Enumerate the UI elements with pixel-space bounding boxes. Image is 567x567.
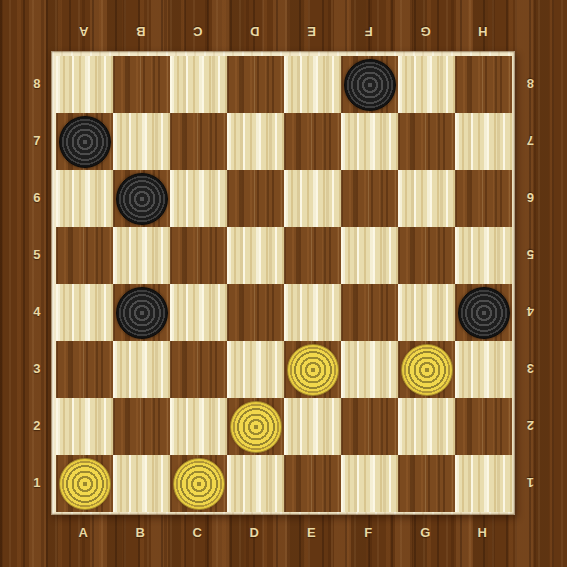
square-e3[interactable]: [284, 341, 341, 398]
square-d6[interactable]: [227, 170, 284, 227]
square-b5[interactable]: [113, 227, 170, 284]
square-f8[interactable]: [341, 56, 398, 113]
file-label: H: [454, 519, 511, 545]
rank-label: 6: [24, 169, 50, 226]
square-c2[interactable]: [170, 398, 227, 455]
square-b8[interactable]: [113, 56, 170, 113]
square-b3[interactable]: [113, 341, 170, 398]
square-a2[interactable]: [56, 398, 113, 455]
rank-label: 7: [517, 112, 543, 169]
file-labels-bottom: ABCDEFGH: [55, 519, 511, 545]
file-label: D: [226, 519, 283, 545]
rank-label: 2: [24, 397, 50, 454]
black-checker[interactable]: [59, 116, 111, 168]
square-a1[interactable]: [56, 455, 113, 512]
white-checker[interactable]: [230, 401, 282, 453]
square-c3[interactable]: [170, 341, 227, 398]
black-checker[interactable]: [344, 59, 396, 111]
square-a7[interactable]: [56, 113, 113, 170]
file-label: H: [454, 19, 511, 45]
square-f2[interactable]: [341, 398, 398, 455]
checkers-board: [56, 56, 510, 512]
square-d1[interactable]: [227, 455, 284, 512]
square-g4[interactable]: [398, 284, 455, 341]
file-label: E: [283, 19, 340, 45]
square-f4[interactable]: [341, 284, 398, 341]
file-label: G: [397, 19, 454, 45]
rank-label: 4: [517, 283, 543, 340]
square-a4[interactable]: [56, 284, 113, 341]
square-a8[interactable]: [56, 56, 113, 113]
square-f6[interactable]: [341, 170, 398, 227]
rank-label: 8: [24, 55, 50, 112]
file-label: B: [112, 519, 169, 545]
white-checker[interactable]: [287, 344, 339, 396]
square-g1[interactable]: [398, 455, 455, 512]
square-d2[interactable]: [227, 398, 284, 455]
rank-label: 4: [24, 283, 50, 340]
square-c8[interactable]: [170, 56, 227, 113]
rank-label: 8: [517, 55, 543, 112]
square-g3[interactable]: [398, 341, 455, 398]
rank-label: 3: [517, 340, 543, 397]
file-label: B: [112, 19, 169, 45]
file-label: A: [55, 19, 112, 45]
square-h4[interactable]: [455, 284, 512, 341]
square-g5[interactable]: [398, 227, 455, 284]
square-c7[interactable]: [170, 113, 227, 170]
square-f3[interactable]: [341, 341, 398, 398]
rank-labels-right: 87654321: [517, 55, 543, 511]
rank-label: 1: [24, 454, 50, 511]
black-checker[interactable]: [116, 173, 168, 225]
square-e5[interactable]: [284, 227, 341, 284]
file-label: G: [397, 519, 454, 545]
square-e1[interactable]: [284, 455, 341, 512]
square-h5[interactable]: [455, 227, 512, 284]
square-a6[interactable]: [56, 170, 113, 227]
rank-label: 3: [24, 340, 50, 397]
square-h7[interactable]: [455, 113, 512, 170]
square-c5[interactable]: [170, 227, 227, 284]
square-d7[interactable]: [227, 113, 284, 170]
square-g2[interactable]: [398, 398, 455, 455]
square-b2[interactable]: [113, 398, 170, 455]
square-g7[interactable]: [398, 113, 455, 170]
file-label: A: [55, 519, 112, 545]
black-checker[interactable]: [116, 287, 168, 339]
white-checker[interactable]: [401, 344, 453, 396]
square-h6[interactable]: [455, 170, 512, 227]
white-checker[interactable]: [59, 458, 111, 510]
white-checker[interactable]: [173, 458, 225, 510]
file-label: F: [340, 519, 397, 545]
square-e8[interactable]: [284, 56, 341, 113]
square-b1[interactable]: [113, 455, 170, 512]
rank-label: 2: [517, 397, 543, 454]
square-d5[interactable]: [227, 227, 284, 284]
square-a5[interactable]: [56, 227, 113, 284]
square-h2[interactable]: [455, 398, 512, 455]
square-d3[interactable]: [227, 341, 284, 398]
black-checker[interactable]: [458, 287, 510, 339]
square-d4[interactable]: [227, 284, 284, 341]
rank-label: 5: [517, 226, 543, 283]
square-a3[interactable]: [56, 341, 113, 398]
square-e7[interactable]: [284, 113, 341, 170]
square-c4[interactable]: [170, 284, 227, 341]
square-e2[interactable]: [284, 398, 341, 455]
board-frame: [51, 51, 515, 515]
square-f1[interactable]: [341, 455, 398, 512]
square-h8[interactable]: [455, 56, 512, 113]
file-label: C: [169, 19, 226, 45]
file-label: E: [283, 519, 340, 545]
rank-label: 5: [24, 226, 50, 283]
rank-label: 7: [24, 112, 50, 169]
square-b6[interactable]: [113, 170, 170, 227]
square-c1[interactable]: [170, 455, 227, 512]
square-f5[interactable]: [341, 227, 398, 284]
square-c6[interactable]: [170, 170, 227, 227]
square-h3[interactable]: [455, 341, 512, 398]
file-label: F: [340, 19, 397, 45]
square-b4[interactable]: [113, 284, 170, 341]
file-labels-top: ABCDEFGH: [55, 19, 511, 45]
checkers-app: ABCDEFGH ABCDEFGH 87654321 87654321: [0, 0, 567, 567]
rank-labels-left: 87654321: [24, 55, 50, 511]
square-d8[interactable]: [227, 56, 284, 113]
square-h1[interactable]: [455, 455, 512, 512]
rank-label: 6: [517, 169, 543, 226]
square-f7[interactable]: [341, 113, 398, 170]
square-e6[interactable]: [284, 170, 341, 227]
rank-label: 1: [517, 454, 543, 511]
file-label: C: [169, 519, 226, 545]
square-g6[interactable]: [398, 170, 455, 227]
square-g8[interactable]: [398, 56, 455, 113]
square-b7[interactable]: [113, 113, 170, 170]
square-e4[interactable]: [284, 284, 341, 341]
file-label: D: [226, 19, 283, 45]
